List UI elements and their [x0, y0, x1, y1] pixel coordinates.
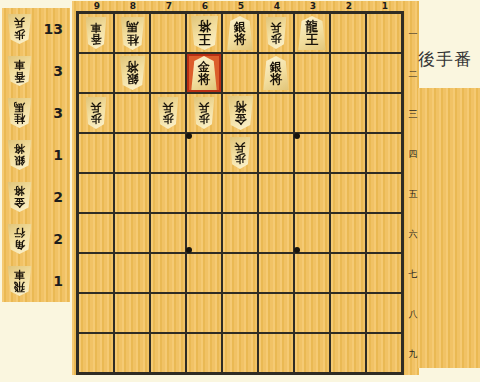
gote-piece-hand-角: 角行	[7, 224, 32, 254]
square-8一[interactable]: 桂馬	[115, 14, 149, 52]
square-2二[interactable]	[331, 54, 365, 92]
square-2五[interactable]	[331, 174, 365, 212]
gote-piece-歩兵-73: 歩兵	[157, 97, 179, 129]
gote-piece-桂馬-81: 桂馬	[120, 17, 145, 50]
square-8四[interactable]	[115, 134, 149, 172]
file-label-9: 9	[79, 1, 115, 11]
square-3六[interactable]	[295, 214, 329, 252]
square-5四[interactable]: 歩兵	[223, 134, 257, 172]
square-3一[interactable]: 龍王	[295, 14, 329, 52]
square-7八[interactable]	[151, 294, 185, 332]
gote-hand-count-桂: 3	[32, 105, 70, 121]
star-point-2	[294, 133, 300, 139]
square-7六[interactable]	[151, 214, 185, 252]
star-point-3	[186, 247, 192, 253]
square-3八[interactable]	[295, 294, 329, 332]
square-6一[interactable]: 王将	[187, 14, 221, 52]
file-label-6: 6	[187, 1, 223, 11]
gote-piece-歩兵-41: 歩兵	[265, 17, 287, 49]
square-8九[interactable]	[115, 334, 149, 372]
star-point-4	[294, 247, 300, 253]
square-2一[interactable]	[331, 14, 365, 52]
square-4一[interactable]: 歩兵	[259, 14, 293, 52]
file-label-5: 5	[223, 1, 259, 11]
square-2四[interactable]	[331, 134, 365, 172]
gote-piece-金将-53: 金将	[227, 96, 254, 130]
gote-piece-hand-歩: 歩兵	[7, 14, 32, 44]
square-3五[interactable]	[295, 174, 329, 212]
square-6八[interactable]	[187, 294, 221, 332]
square-8三[interactable]	[115, 94, 149, 132]
square-1七[interactable]	[367, 254, 401, 292]
gote-piece-歩兵-54: 歩兵	[229, 137, 251, 169]
gote-hand-count-香: 3	[32, 63, 70, 79]
square-8五[interactable]	[115, 174, 149, 212]
square-3三[interactable]	[295, 94, 329, 132]
gote-hand-row-桂[interactable]: 桂馬3	[2, 92, 70, 134]
gote-piece-王将-61: 王将	[190, 16, 219, 50]
gote-piece-銀将-82: 銀将	[119, 56, 146, 90]
gote-hand-row-角[interactable]: 角行2	[2, 218, 70, 260]
sente-piece-金将-62: 金将	[191, 56, 218, 90]
square-5六[interactable]	[223, 214, 257, 252]
shogi-board: 987654321 香車桂馬王将銀将歩兵龍王銀将金将銀将歩兵歩兵歩兵金将歩兵 一…	[72, 1, 415, 374]
square-2六[interactable]	[331, 214, 365, 252]
square-6五[interactable]	[187, 174, 221, 212]
square-7九[interactable]	[151, 334, 185, 372]
gote-hand-count-金: 2	[32, 189, 70, 205]
square-5二[interactable]	[223, 54, 257, 92]
gote-hand-count-歩: 13	[32, 21, 70, 37]
square-4九[interactable]	[259, 334, 293, 372]
gote-hand-row-金[interactable]: 金将2	[2, 176, 70, 218]
gote-piece-hand-銀: 銀将	[7, 140, 32, 170]
square-6九[interactable]	[187, 334, 221, 372]
square-9八[interactable]	[79, 294, 113, 332]
square-9一[interactable]: 香車	[79, 14, 113, 52]
gote-piece-香車-91: 香車	[85, 17, 107, 49]
square-6七[interactable]	[187, 254, 221, 292]
square-8七[interactable]	[115, 254, 149, 292]
square-9四[interactable]	[79, 134, 113, 172]
sente-piece-銀将-51: 銀将	[227, 16, 254, 50]
square-1一[interactable]	[367, 14, 401, 52]
square-3九[interactable]	[295, 334, 329, 372]
square-4七[interactable]	[259, 254, 293, 292]
gote-piece-hand-金: 金将	[7, 182, 32, 212]
file-label-8: 8	[115, 1, 151, 11]
square-3二[interactable]	[295, 54, 329, 92]
file-label-4: 4	[259, 1, 295, 11]
square-2九[interactable]	[331, 334, 365, 372]
square-9九[interactable]	[79, 334, 113, 372]
square-6六[interactable]	[187, 214, 221, 252]
star-point-1	[186, 133, 192, 139]
gote-piece-hand-飛: 飛車	[7, 266, 32, 296]
square-1九[interactable]	[367, 334, 401, 372]
square-3七[interactable]	[295, 254, 329, 292]
square-2八[interactable]	[331, 294, 365, 332]
square-9五[interactable]	[79, 174, 113, 212]
file-label-2: 2	[331, 1, 367, 11]
square-5九[interactable]	[223, 334, 257, 372]
turn-indicator: 後手番	[418, 48, 478, 71]
file-label-7: 7	[151, 1, 187, 11]
square-1五[interactable]	[367, 174, 401, 212]
square-3四[interactable]	[295, 134, 329, 172]
square-7三[interactable]: 歩兵	[151, 94, 185, 132]
square-9三[interactable]: 歩兵	[79, 94, 113, 132]
square-7四[interactable]	[151, 134, 185, 172]
square-9七[interactable]	[79, 254, 113, 292]
square-7七[interactable]	[151, 254, 185, 292]
gote-piece-hand-香: 香車	[7, 56, 32, 86]
gote-hand-row-歩[interactable]: 歩兵13	[2, 8, 70, 50]
gote-hand-count-飛: 1	[32, 273, 70, 289]
square-9六[interactable]	[79, 214, 113, 252]
gote-piece-歩兵-93: 歩兵	[85, 97, 107, 129]
square-4八[interactable]	[259, 294, 293, 332]
sente-piece-龍王-31: 龍王	[298, 16, 327, 50]
square-4二[interactable]: 銀将	[259, 54, 293, 92]
sente-hand-tray	[418, 88, 480, 368]
square-9二[interactable]	[79, 54, 113, 92]
square-5五[interactable]	[223, 174, 257, 212]
gote-piece-歩兵-63: 歩兵	[193, 97, 215, 129]
square-2七[interactable]	[331, 254, 365, 292]
square-6二[interactable]: 金将	[187, 54, 221, 92]
gote-hand-count-銀: 1	[32, 147, 70, 163]
gote-hand-tray: 歩兵13香車3桂馬3銀将1金将2角行2飛車1	[2, 8, 70, 302]
square-5七[interactable]	[223, 254, 257, 292]
square-6三[interactable]: 歩兵	[187, 94, 221, 132]
square-5八[interactable]	[223, 294, 257, 332]
square-8八[interactable]	[115, 294, 149, 332]
gote-hand-row-銀[interactable]: 銀将1	[2, 134, 70, 176]
square-7二[interactable]	[151, 54, 185, 92]
file-labels: 987654321	[76, 1, 404, 11]
square-5一[interactable]: 銀将	[223, 14, 257, 52]
gote-piece-hand-桂: 桂馬	[7, 98, 32, 128]
square-1三[interactable]	[367, 94, 401, 132]
square-7五[interactable]	[151, 174, 185, 212]
board-grid: 香車桂馬王将銀将歩兵龍王銀将金将銀将歩兵歩兵歩兵金将歩兵	[76, 11, 404, 375]
square-4六[interactable]	[259, 214, 293, 252]
gote-hand-count-角: 2	[32, 231, 70, 247]
square-5三[interactable]: 金将	[223, 94, 257, 132]
square-1四[interactable]	[367, 134, 401, 172]
gote-hand-row-飛[interactable]: 飛車1	[2, 260, 70, 302]
square-1六[interactable]	[367, 214, 401, 252]
square-2三[interactable]	[331, 94, 365, 132]
square-1八[interactable]	[367, 294, 401, 332]
square-8六[interactable]	[115, 214, 149, 252]
square-6四[interactable]	[187, 134, 221, 172]
square-4三[interactable]	[259, 94, 293, 132]
square-7一[interactable]	[151, 14, 185, 52]
square-8二[interactable]: 銀将	[115, 54, 149, 92]
gote-hand-row-香[interactable]: 香車3	[2, 50, 70, 92]
sente-piece-銀将-42: 銀将	[263, 56, 290, 90]
square-4四[interactable]	[259, 134, 293, 172]
square-4五[interactable]	[259, 174, 293, 212]
square-1二[interactable]	[367, 54, 401, 92]
file-label-3: 3	[295, 1, 331, 11]
file-label-1: 1	[367, 1, 403, 11]
